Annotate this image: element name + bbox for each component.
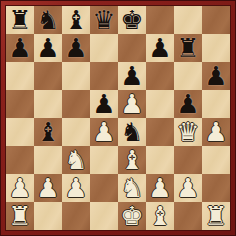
piece-black-bishop[interactable]: ♝ xyxy=(64,6,87,34)
square-d7[interactable] xyxy=(90,34,118,62)
piece-black-pawn[interactable]: ♟ xyxy=(176,90,199,118)
square-b4[interactable]: ♝ xyxy=(34,118,62,146)
piece-white-bishop[interactable]: ♝ xyxy=(120,146,143,174)
square-f1[interactable]: ♝ xyxy=(146,202,174,230)
piece-white-king[interactable]: ♚ xyxy=(120,202,143,230)
square-g5[interactable]: ♟ xyxy=(174,90,202,118)
square-d4[interactable]: ♟ xyxy=(90,118,118,146)
square-a2[interactable]: ♟ xyxy=(6,174,34,202)
square-g2[interactable]: ♟ xyxy=(174,174,202,202)
square-b2[interactable]: ♟ xyxy=(34,174,62,202)
piece-white-pawn[interactable]: ♟ xyxy=(64,174,87,202)
square-d2[interactable] xyxy=(90,174,118,202)
square-g6[interactable] xyxy=(174,62,202,90)
square-f5[interactable] xyxy=(146,90,174,118)
square-f6[interactable] xyxy=(146,62,174,90)
square-c7[interactable]: ♟ xyxy=(62,34,90,62)
piece-white-pawn[interactable]: ♟ xyxy=(8,174,31,202)
piece-black-king[interactable]: ♚ xyxy=(120,6,143,34)
piece-white-pawn[interactable]: ♟ xyxy=(176,174,199,202)
piece-black-knight[interactable]: ♞ xyxy=(120,118,143,146)
piece-black-rook[interactable]: ♜ xyxy=(8,6,31,34)
square-d8[interactable]: ♛ xyxy=(90,6,118,34)
piece-black-pawn[interactable]: ♟ xyxy=(92,90,115,118)
piece-black-pawn[interactable]: ♟ xyxy=(148,34,171,62)
piece-black-rook[interactable]: ♜ xyxy=(176,34,199,62)
piece-black-bishop[interactable]: ♝ xyxy=(36,118,59,146)
square-b3[interactable] xyxy=(34,146,62,174)
piece-black-pawn[interactable]: ♟ xyxy=(204,62,227,90)
square-d5[interactable]: ♟ xyxy=(90,90,118,118)
square-c1[interactable] xyxy=(62,202,90,230)
square-f2[interactable]: ♟ xyxy=(146,174,174,202)
piece-white-knight[interactable]: ♞ xyxy=(120,174,143,202)
square-c3[interactable]: ♞ xyxy=(62,146,90,174)
square-a5[interactable] xyxy=(6,90,34,118)
square-d3[interactable] xyxy=(90,146,118,174)
square-g7[interactable]: ♜ xyxy=(174,34,202,62)
piece-white-pawn[interactable]: ♟ xyxy=(204,118,227,146)
square-a4[interactable] xyxy=(6,118,34,146)
square-c6[interactable] xyxy=(62,62,90,90)
square-e4[interactable]: ♞ xyxy=(118,118,146,146)
square-f3[interactable] xyxy=(146,146,174,174)
square-a6[interactable] xyxy=(6,62,34,90)
piece-black-knight[interactable]: ♞ xyxy=(36,6,59,34)
piece-black-pawn[interactable]: ♟ xyxy=(8,34,31,62)
square-e1[interactable]: ♚ xyxy=(118,202,146,230)
piece-white-pawn[interactable]: ♟ xyxy=(92,118,115,146)
piece-white-rook[interactable]: ♜ xyxy=(8,202,31,230)
piece-white-bishop[interactable]: ♝ xyxy=(148,202,171,230)
square-h8[interactable] xyxy=(202,6,230,34)
square-a8[interactable]: ♜ xyxy=(6,6,34,34)
square-d1[interactable] xyxy=(90,202,118,230)
square-e3[interactable]: ♝ xyxy=(118,146,146,174)
square-b8[interactable]: ♞ xyxy=(34,6,62,34)
square-e6[interactable]: ♟ xyxy=(118,62,146,90)
square-g8[interactable] xyxy=(174,6,202,34)
square-h2[interactable] xyxy=(202,174,230,202)
chess-board-frame: ♜♞♝♛♚♟♟♟♟♜♟♟♟♟♟♝♟♞♛♟♞♝♟♟♟♞♟♟♜♚♝♜ xyxy=(0,0,236,236)
piece-white-rook[interactable]: ♜ xyxy=(204,202,227,230)
square-e7[interactable] xyxy=(118,34,146,62)
square-h3[interactable] xyxy=(202,146,230,174)
square-c8[interactable]: ♝ xyxy=(62,6,90,34)
square-g1[interactable] xyxy=(174,202,202,230)
square-b1[interactable] xyxy=(34,202,62,230)
square-h6[interactable]: ♟ xyxy=(202,62,230,90)
square-g4[interactable]: ♛ xyxy=(174,118,202,146)
square-h5[interactable] xyxy=(202,90,230,118)
chess-board: ♜♞♝♛♚♟♟♟♟♜♟♟♟♟♟♝♟♞♛♟♞♝♟♟♟♞♟♟♜♚♝♜ xyxy=(5,5,231,231)
piece-white-knight[interactable]: ♞ xyxy=(64,146,87,174)
square-c4[interactable] xyxy=(62,118,90,146)
piece-white-pawn[interactable]: ♟ xyxy=(148,174,171,202)
square-g3[interactable] xyxy=(174,146,202,174)
piece-black-pawn[interactable]: ♟ xyxy=(120,62,143,90)
square-h7[interactable] xyxy=(202,34,230,62)
square-a3[interactable] xyxy=(6,146,34,174)
piece-white-queen[interactable]: ♛ xyxy=(176,118,199,146)
square-h4[interactable]: ♟ xyxy=(202,118,230,146)
square-a7[interactable]: ♟ xyxy=(6,34,34,62)
square-c5[interactable] xyxy=(62,90,90,118)
piece-black-queen[interactable]: ♛ xyxy=(92,6,115,34)
square-f7[interactable]: ♟ xyxy=(146,34,174,62)
square-a1[interactable]: ♜ xyxy=(6,202,34,230)
square-e8[interactable]: ♚ xyxy=(118,6,146,34)
piece-white-pawn[interactable]: ♟ xyxy=(36,174,59,202)
piece-black-pawn[interactable]: ♟ xyxy=(64,34,87,62)
square-b6[interactable] xyxy=(34,62,62,90)
square-c2[interactable]: ♟ xyxy=(62,174,90,202)
square-h1[interactable]: ♜ xyxy=(202,202,230,230)
piece-black-pawn[interactable]: ♟ xyxy=(36,34,59,62)
square-e2[interactable]: ♞ xyxy=(118,174,146,202)
square-b5[interactable] xyxy=(34,90,62,118)
piece-white-pawn[interactable]: ♟ xyxy=(120,90,143,118)
square-e5[interactable]: ♟ xyxy=(118,90,146,118)
square-d6[interactable] xyxy=(90,62,118,90)
square-b7[interactable]: ♟ xyxy=(34,34,62,62)
square-f8[interactable] xyxy=(146,6,174,34)
square-f4[interactable] xyxy=(146,118,174,146)
